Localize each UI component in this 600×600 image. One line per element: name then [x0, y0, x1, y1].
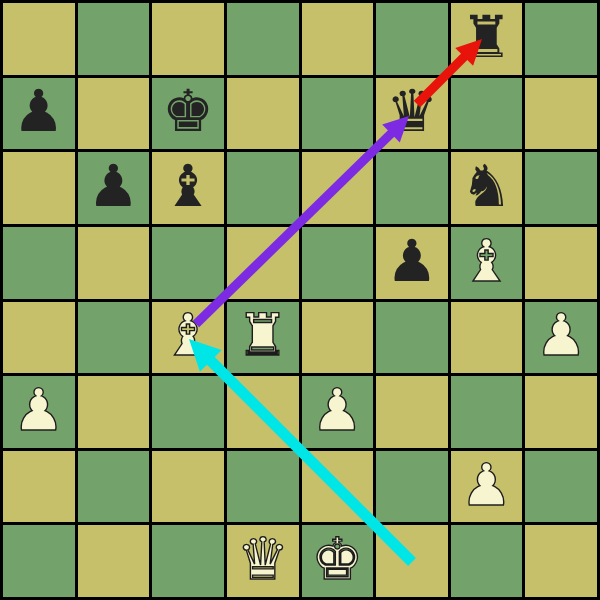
piece-black-bishop[interactable]: ♝	[162, 157, 214, 215]
square-f4[interactable]	[376, 302, 448, 374]
square-f7[interactable]: ♛	[376, 78, 448, 150]
square-e4[interactable]	[302, 302, 374, 374]
square-f8[interactable]	[376, 3, 448, 75]
square-c6[interactable]: ♝	[152, 152, 224, 224]
piece-white-pawn[interactable]: ♟	[461, 456, 513, 514]
square-g7[interactable]	[451, 78, 523, 150]
square-g6[interactable]: ♞	[451, 152, 523, 224]
square-a8[interactable]	[3, 3, 75, 75]
square-h5[interactable]	[525, 227, 597, 299]
piece-black-rook[interactable]: ♜	[461, 8, 513, 66]
piece-white-bishop[interactable]: ♝	[461, 232, 513, 290]
square-b7[interactable]	[78, 78, 150, 150]
square-c5[interactable]	[152, 227, 224, 299]
square-d3[interactable]	[227, 376, 299, 448]
square-b6[interactable]: ♟	[78, 152, 150, 224]
square-c2[interactable]	[152, 451, 224, 523]
square-g5[interactable]: ♝	[451, 227, 523, 299]
piece-white-king[interactable]: ♚	[311, 530, 363, 588]
piece-white-rook[interactable]: ♜	[237, 306, 289, 364]
chess-board: ♜♟♚♛♟♝♞♟♝♝♜♟♟♟♟♛♚	[0, 0, 600, 600]
square-d2[interactable]	[227, 451, 299, 523]
square-h2[interactable]	[525, 451, 597, 523]
square-e1[interactable]: ♚	[302, 525, 374, 597]
square-c8[interactable]	[152, 3, 224, 75]
square-d7[interactable]	[227, 78, 299, 150]
square-a6[interactable]	[3, 152, 75, 224]
piece-black-pawn[interactable]: ♟	[13, 82, 65, 140]
square-b5[interactable]	[78, 227, 150, 299]
square-a4[interactable]	[3, 302, 75, 374]
square-b3[interactable]	[78, 376, 150, 448]
square-c3[interactable]	[152, 376, 224, 448]
square-g3[interactable]	[451, 376, 523, 448]
square-a7[interactable]: ♟	[3, 78, 75, 150]
square-h8[interactable]	[525, 3, 597, 75]
square-b4[interactable]	[78, 302, 150, 374]
square-d1[interactable]: ♛	[227, 525, 299, 597]
piece-white-pawn[interactable]: ♟	[535, 306, 587, 364]
square-a5[interactable]	[3, 227, 75, 299]
piece-white-pawn[interactable]: ♟	[13, 381, 65, 439]
square-c1[interactable]	[152, 525, 224, 597]
square-h3[interactable]	[525, 376, 597, 448]
piece-black-queen[interactable]: ♛	[386, 82, 438, 140]
square-a1[interactable]	[3, 525, 75, 597]
square-b8[interactable]	[78, 3, 150, 75]
square-g2[interactable]: ♟	[451, 451, 523, 523]
square-f2[interactable]	[376, 451, 448, 523]
piece-black-pawn[interactable]: ♟	[386, 232, 438, 290]
square-e5[interactable]	[302, 227, 374, 299]
piece-black-knight[interactable]: ♞	[461, 157, 513, 215]
square-h4[interactable]: ♟	[525, 302, 597, 374]
square-h6[interactable]	[525, 152, 597, 224]
square-f3[interactable]	[376, 376, 448, 448]
piece-white-pawn[interactable]: ♟	[311, 381, 363, 439]
square-a2[interactable]	[3, 451, 75, 523]
square-d5[interactable]	[227, 227, 299, 299]
square-g4[interactable]	[451, 302, 523, 374]
square-f5[interactable]: ♟	[376, 227, 448, 299]
piece-white-queen[interactable]: ♛	[237, 530, 289, 588]
square-e6[interactable]	[302, 152, 374, 224]
square-a3[interactable]: ♟	[3, 376, 75, 448]
square-e7[interactable]	[302, 78, 374, 150]
square-g1[interactable]	[451, 525, 523, 597]
chess-app-stage: ♜♟♚♛♟♝♞♟♝♝♜♟♟♟♟♛♚	[0, 0, 600, 600]
piece-black-king[interactable]: ♚	[162, 82, 214, 140]
square-e2[interactable]	[302, 451, 374, 523]
square-f1[interactable]	[376, 525, 448, 597]
piece-black-pawn[interactable]: ♟	[87, 157, 139, 215]
square-b1[interactable]	[78, 525, 150, 597]
square-c7[interactable]: ♚	[152, 78, 224, 150]
square-b2[interactable]	[78, 451, 150, 523]
piece-white-bishop[interactable]: ♝	[162, 306, 214, 364]
square-c4[interactable]: ♝	[152, 302, 224, 374]
square-e3[interactable]: ♟	[302, 376, 374, 448]
square-e8[interactable]	[302, 3, 374, 75]
square-d6[interactable]	[227, 152, 299, 224]
square-d8[interactable]	[227, 3, 299, 75]
square-f6[interactable]	[376, 152, 448, 224]
square-h7[interactable]	[525, 78, 597, 150]
square-g8[interactable]: ♜	[451, 3, 523, 75]
square-d4[interactable]: ♜	[227, 302, 299, 374]
square-h1[interactable]	[525, 525, 597, 597]
